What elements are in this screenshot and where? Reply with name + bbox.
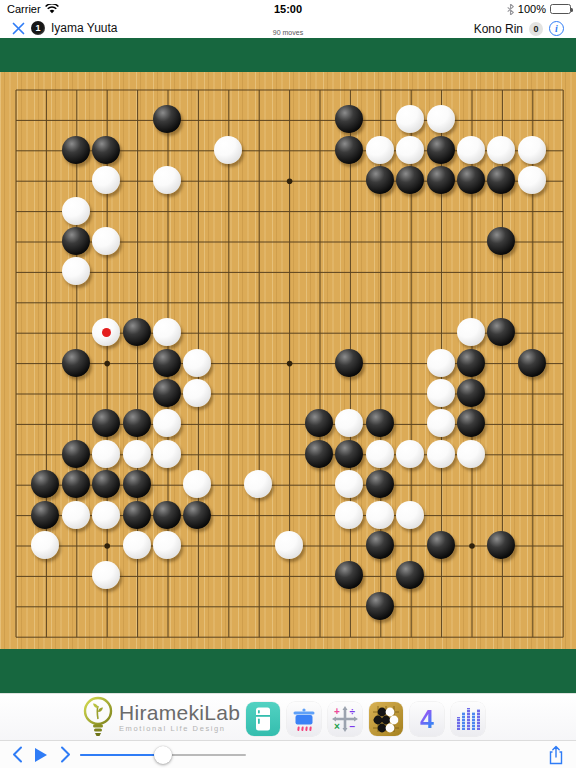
- black-stone: [62, 349, 90, 377]
- black-stone: [366, 409, 394, 437]
- slider-fill: [80, 754, 163, 756]
- black-stone: [457, 166, 485, 194]
- black-stone: [183, 501, 211, 529]
- go-board[interactable]: [0, 72, 576, 649]
- table-felt-bottom: [0, 649, 576, 693]
- star-point: [287, 178, 293, 184]
- black-stone: [92, 136, 120, 164]
- slider-thumb[interactable]: [154, 746, 172, 764]
- star-point: [287, 361, 293, 367]
- white-stone: [275, 531, 303, 559]
- white-stone: [427, 440, 455, 468]
- clock: 15:00: [0, 3, 576, 15]
- black-stone: [427, 166, 455, 194]
- black-stone: [457, 349, 485, 377]
- white-stone: [153, 440, 181, 468]
- cooking-pot-app-icon[interactable]: [287, 702, 321, 736]
- battery-icon: [550, 4, 571, 14]
- white-stone: [427, 379, 455, 407]
- black-stone: [153, 379, 181, 407]
- white-stone: [123, 440, 151, 468]
- black-stone: [153, 501, 181, 529]
- black-stone: [335, 349, 363, 377]
- black-stone: [366, 166, 394, 194]
- white-stone: [427, 409, 455, 437]
- white-stone: [62, 197, 90, 225]
- black-stone: [427, 136, 455, 164]
- fridge-app-icon[interactable]: [246, 702, 280, 736]
- white-stone: [366, 501, 394, 529]
- play-icon[interactable]: [34, 747, 48, 763]
- navigation-bar: 1 Iyama Yuuta Kono Rin 0 i 90 moves: [0, 20, 576, 38]
- brand-name: HiramekiLab: [119, 702, 240, 723]
- white-stone: [123, 531, 151, 559]
- black-stone: [335, 136, 363, 164]
- white-stone: [92, 440, 120, 468]
- black-stone: [305, 440, 333, 468]
- white-stone: [366, 136, 394, 164]
- white-stone: [427, 349, 455, 377]
- star-point: [104, 543, 110, 549]
- black-stone: [335, 440, 363, 468]
- white-stone: [92, 501, 120, 529]
- move-slider[interactable]: [80, 754, 246, 756]
- go-app-icon[interactable]: [369, 702, 403, 736]
- black-stone: [123, 501, 151, 529]
- white-stone: [183, 349, 211, 377]
- black-stone: [62, 470, 90, 498]
- share-icon[interactable]: [548, 745, 564, 765]
- black-stone: [518, 349, 546, 377]
- white-stone: [62, 257, 90, 285]
- white-stone: [366, 440, 394, 468]
- white-stone: [92, 227, 120, 255]
- white-stone: [396, 136, 424, 164]
- white-stone: [457, 318, 485, 346]
- plus-symbol: +: [334, 706, 340, 717]
- white-stone: [153, 531, 181, 559]
- black-stone: [366, 470, 394, 498]
- black-stone: [123, 318, 151, 346]
- white-stone: [457, 440, 485, 468]
- table-felt-top: [0, 38, 576, 72]
- black-stone: [123, 409, 151, 437]
- four-app-icon[interactable]: 4: [410, 702, 444, 736]
- minus-symbol: −: [350, 721, 356, 732]
- white-stone: [62, 501, 90, 529]
- black-stone: [31, 501, 59, 529]
- white-stone: [335, 501, 363, 529]
- divide-symbol: ÷: [350, 706, 356, 717]
- lightbulb-logo-icon: [82, 695, 114, 740]
- step-forward-icon[interactable]: [60, 746, 71, 763]
- bar-chart-app-icon[interactable]: [451, 702, 485, 736]
- black-stone: [153, 349, 181, 377]
- white-stone: [153, 166, 181, 194]
- status-bar: Carrier 15:00 100%: [0, 0, 576, 20]
- black-stone: [62, 227, 90, 255]
- math-app-icon[interactable]: + ÷ × −: [328, 702, 362, 736]
- equalizer-bars: [457, 708, 480, 730]
- white-stone: [487, 136, 515, 164]
- move-counter: 90 moves: [0, 29, 576, 36]
- multiply-symbol: ×: [334, 721, 340, 732]
- white-stone: [396, 501, 424, 529]
- four-glyph: 4: [410, 702, 444, 736]
- black-stone: [366, 531, 394, 559]
- white-stone: [518, 166, 546, 194]
- star-point: [104, 361, 110, 367]
- black-stone: [366, 592, 394, 620]
- white-stone: [518, 136, 546, 164]
- black-stone: [457, 379, 485, 407]
- ad-banner: HiramekiLab Emotional Life Design: [0, 693, 576, 741]
- step-back-icon[interactable]: [12, 746, 23, 763]
- playback-bar: [0, 741, 576, 768]
- brand-tagline: Emotional Life Design: [119, 725, 240, 733]
- black-stone: [427, 531, 455, 559]
- black-stone: [62, 440, 90, 468]
- bluetooth-icon: [507, 4, 514, 15]
- star-point: [469, 543, 475, 549]
- white-stone: [214, 136, 242, 164]
- black-stone: [62, 136, 90, 164]
- black-stone: [123, 470, 151, 498]
- white-stone: [153, 318, 181, 346]
- last-move-marker: [102, 328, 111, 337]
- hiramekilab-link[interactable]: HiramekiLab Emotional Life Design: [82, 695, 240, 740]
- white-stone: [427, 105, 455, 133]
- white-stone: [396, 440, 424, 468]
- battery-percent: 100%: [518, 3, 546, 15]
- white-stone: [457, 136, 485, 164]
